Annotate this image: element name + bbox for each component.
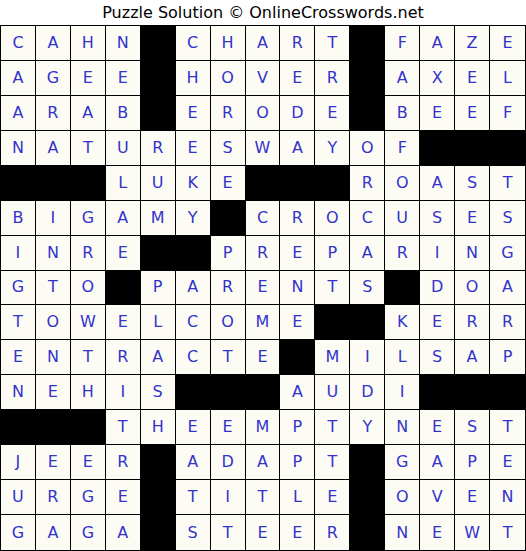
letter-cell: G	[71, 480, 106, 515]
crossword-board: CAHNCHARTFAZEAGEEHOVERAXELARABERODEBEEFN…	[0, 25, 526, 551]
black-cell	[106, 271, 141, 306]
letter-cell: P	[315, 236, 350, 271]
letter-cell: Z	[455, 26, 490, 61]
black-cell	[490, 131, 525, 166]
letter-cell: R	[211, 96, 246, 131]
black-cell	[350, 515, 385, 550]
letter-cell: U	[315, 375, 350, 410]
letter-cell: T	[490, 410, 525, 445]
letter-cell: I	[350, 340, 385, 375]
letter-cell: T	[1, 305, 36, 340]
letter-cell: A	[36, 515, 71, 550]
letter-cell: U	[1, 480, 36, 515]
letter-cell: A	[1, 96, 36, 131]
black-cell	[176, 236, 211, 271]
letter-cell: N	[385, 410, 420, 445]
letter-cell: H	[71, 375, 106, 410]
letter-cell: O	[36, 305, 71, 340]
letter-cell: V	[246, 61, 281, 96]
black-cell	[176, 375, 211, 410]
letter-cell: E	[490, 26, 525, 61]
letter-cell: L	[280, 480, 315, 515]
letter-cell: A	[106, 515, 141, 550]
letter-cell: A	[490, 271, 525, 306]
letter-cell: M	[315, 340, 350, 375]
letter-cell: T	[106, 410, 141, 445]
letter-cell: E	[455, 480, 490, 515]
black-cell	[350, 61, 385, 96]
letter-cell: G	[71, 515, 106, 550]
letter-cell: N	[1, 131, 36, 166]
letter-cell: N	[36, 340, 71, 375]
letter-cell: N	[455, 236, 490, 271]
letter-cell: P	[280, 445, 315, 480]
letter-cell: T	[315, 26, 350, 61]
letter-cell: B	[385, 96, 420, 131]
letter-cell: A	[420, 445, 455, 480]
letter-cell: T	[71, 131, 106, 166]
letter-cell: E	[106, 305, 141, 340]
letter-cell: D	[211, 445, 246, 480]
letter-cell: K	[385, 305, 420, 340]
letter-cell: E	[455, 96, 490, 131]
letter-cell: E	[106, 236, 141, 271]
letter-cell: R	[71, 236, 106, 271]
letter-cell: T	[315, 271, 350, 306]
letter-cell: Y	[350, 410, 385, 445]
letter-cell: E	[280, 515, 315, 550]
letter-cell: P	[211, 236, 246, 271]
black-cell	[490, 375, 525, 410]
letter-cell: L	[106, 166, 141, 201]
page-title-bar: Puzzle Solution © OnlineCrosswords.net	[0, 0, 526, 25]
black-cell	[246, 166, 281, 201]
letter-cell: O	[385, 480, 420, 515]
letter-cell: T	[246, 480, 281, 515]
black-cell	[141, 480, 176, 515]
letter-cell: S	[211, 131, 246, 166]
letter-cell: E	[71, 445, 106, 480]
letter-cell: S	[141, 375, 176, 410]
letter-cell: A	[71, 96, 106, 131]
letter-cell: E	[106, 480, 141, 515]
letter-cell: S	[420, 201, 455, 236]
letter-cell: A	[420, 166, 455, 201]
letter-cell: K	[176, 166, 211, 201]
letter-cell: E	[490, 445, 525, 480]
letter-cell: E	[246, 340, 281, 375]
letter-cell: R	[315, 61, 350, 96]
letter-cell: E	[280, 236, 315, 271]
letter-cell: S	[455, 410, 490, 445]
letter-cell: A	[280, 131, 315, 166]
letter-cell: O	[315, 201, 350, 236]
black-cell	[455, 375, 490, 410]
puzzle-solution-page: Puzzle Solution © OnlineCrosswords.net C…	[0, 0, 526, 551]
black-cell	[350, 305, 385, 340]
letter-cell: R	[106, 340, 141, 375]
letter-cell: R	[36, 480, 71, 515]
letter-cell: O	[246, 96, 281, 131]
black-cell	[71, 410, 106, 445]
letter-cell: G	[490, 236, 525, 271]
black-cell	[71, 166, 106, 201]
letter-cell: T	[490, 166, 525, 201]
letter-cell: G	[36, 61, 71, 96]
letter-cell: N	[385, 515, 420, 550]
letter-cell: T	[211, 515, 246, 550]
letter-cell: C	[176, 26, 211, 61]
letter-cell: R	[455, 305, 490, 340]
letter-cell: I	[36, 201, 71, 236]
letter-cell: D	[350, 375, 385, 410]
letter-cell: P	[141, 271, 176, 306]
letter-cell: E	[420, 410, 455, 445]
letter-cell: P	[490, 340, 525, 375]
letter-cell: E	[106, 61, 141, 96]
letter-cell: J	[1, 445, 36, 480]
letter-cell: B	[1, 201, 36, 236]
black-cell	[350, 445, 385, 480]
letter-cell: E	[455, 201, 490, 236]
letter-cell: A	[176, 271, 211, 306]
black-cell	[141, 445, 176, 480]
letter-cell: F	[490, 96, 525, 131]
black-cell	[141, 96, 176, 131]
letter-cell: C	[176, 305, 211, 340]
letter-cell: L	[385, 340, 420, 375]
letter-cell: E	[246, 271, 281, 306]
letter-cell: R	[350, 166, 385, 201]
letter-cell: E	[420, 515, 455, 550]
black-cell	[141, 515, 176, 550]
letter-cell: T	[211, 340, 246, 375]
letter-cell: T	[36, 271, 71, 306]
letter-cell: C	[350, 201, 385, 236]
letter-cell: G	[1, 271, 36, 306]
letter-cell: C	[246, 201, 281, 236]
letter-cell: E	[211, 166, 246, 201]
letter-cell: L	[141, 305, 176, 340]
letter-cell: A	[246, 26, 281, 61]
black-cell	[1, 410, 36, 445]
letter-cell: N	[106, 26, 141, 61]
letter-cell: O	[71, 271, 106, 306]
letter-cell: A	[455, 340, 490, 375]
letter-cell: H	[71, 26, 106, 61]
letter-cell: G	[385, 445, 420, 480]
letter-cell: U	[385, 201, 420, 236]
letter-cell: Y	[176, 201, 211, 236]
letter-cell: A	[246, 445, 281, 480]
letter-cell: E	[280, 305, 315, 340]
letter-cell: I	[420, 236, 455, 271]
letter-cell: W	[71, 305, 106, 340]
letter-cell: F	[385, 26, 420, 61]
letter-cell: C	[1, 26, 36, 61]
letter-cell: O	[211, 61, 246, 96]
letter-cell: Y	[315, 131, 350, 166]
letter-cell: O	[455, 271, 490, 306]
letter-cell: P	[280, 410, 315, 445]
letter-cell: A	[1, 61, 36, 96]
letter-cell: N	[36, 236, 71, 271]
letter-cell: O	[350, 131, 385, 166]
black-cell	[36, 410, 71, 445]
black-cell	[315, 166, 350, 201]
letter-cell: I	[1, 236, 36, 271]
page-title: Puzzle Solution © OnlineCrosswords.net	[102, 3, 424, 22]
black-cell	[455, 131, 490, 166]
letter-cell: A	[420, 26, 455, 61]
letter-cell: M	[246, 305, 281, 340]
black-cell	[280, 166, 315, 201]
letter-cell: T	[315, 445, 350, 480]
letter-cell: U	[141, 166, 176, 201]
black-cell	[350, 480, 385, 515]
letter-cell: O	[211, 305, 246, 340]
letter-cell: S	[350, 271, 385, 306]
letter-cell: R	[385, 236, 420, 271]
letter-cell: R	[106, 445, 141, 480]
letter-cell: E	[246, 515, 281, 550]
black-cell	[280, 340, 315, 375]
letter-cell: E	[315, 480, 350, 515]
letter-cell: A	[280, 375, 315, 410]
letter-cell: E	[71, 61, 106, 96]
letter-cell: I	[106, 375, 141, 410]
letter-cell: E	[420, 96, 455, 131]
letter-cell: E	[36, 375, 71, 410]
letter-cell: W	[455, 515, 490, 550]
letter-cell: H	[211, 26, 246, 61]
letter-cell: E	[211, 410, 246, 445]
black-cell	[141, 236, 176, 271]
black-cell	[211, 375, 246, 410]
letter-cell: E	[1, 340, 36, 375]
letter-cell: R	[315, 515, 350, 550]
letter-cell: E	[455, 61, 490, 96]
letter-cell: I	[211, 480, 246, 515]
letter-cell: G	[1, 515, 36, 550]
letter-cell: C	[176, 340, 211, 375]
letter-cell: A	[385, 61, 420, 96]
letter-cell: N	[490, 480, 525, 515]
letter-cell: N	[1, 375, 36, 410]
letter-cell: I	[385, 375, 420, 410]
letter-cell: E	[176, 410, 211, 445]
letter-cell: S	[420, 340, 455, 375]
letter-cell: E	[176, 131, 211, 166]
letter-cell: M	[246, 410, 281, 445]
letter-cell: S	[455, 166, 490, 201]
letter-cell: F	[385, 131, 420, 166]
letter-cell: S	[176, 515, 211, 550]
black-cell	[211, 201, 246, 236]
letter-cell: E	[420, 305, 455, 340]
letter-cell: G	[71, 201, 106, 236]
black-cell	[350, 26, 385, 61]
letter-cell: A	[106, 201, 141, 236]
letter-cell: V	[420, 480, 455, 515]
letter-cell: R	[280, 26, 315, 61]
letter-cell: M	[141, 201, 176, 236]
letter-cell: P	[455, 445, 490, 480]
black-cell	[420, 131, 455, 166]
letter-cell: L	[490, 61, 525, 96]
letter-cell: A	[141, 340, 176, 375]
letter-cell: B	[106, 96, 141, 131]
black-cell	[420, 375, 455, 410]
letter-cell: R	[280, 201, 315, 236]
letter-cell: T	[71, 340, 106, 375]
black-cell	[315, 305, 350, 340]
black-cell	[141, 61, 176, 96]
black-cell	[36, 166, 71, 201]
letter-cell: D	[280, 96, 315, 131]
letter-cell: E	[176, 96, 211, 131]
letter-cell: R	[211, 271, 246, 306]
letter-cell: W	[246, 131, 281, 166]
letter-cell: T	[315, 410, 350, 445]
letter-cell: R	[141, 131, 176, 166]
letter-cell: O	[385, 166, 420, 201]
black-cell	[385, 271, 420, 306]
black-cell	[246, 375, 281, 410]
letter-cell: R	[246, 236, 281, 271]
black-cell	[1, 166, 36, 201]
letter-cell: H	[176, 61, 211, 96]
letter-cell: N	[280, 271, 315, 306]
letter-cell: T	[176, 480, 211, 515]
letter-cell: U	[106, 131, 141, 166]
letter-cell: A	[36, 26, 71, 61]
black-cell	[141, 26, 176, 61]
letter-cell: R	[36, 96, 71, 131]
letter-cell: A	[350, 236, 385, 271]
letter-cell: T	[490, 515, 525, 550]
letter-cell: A	[36, 131, 71, 166]
letter-cell: D	[420, 271, 455, 306]
black-cell	[350, 96, 385, 131]
letter-cell: E	[280, 61, 315, 96]
letter-cell: X	[420, 61, 455, 96]
letter-cell: R	[490, 305, 525, 340]
letter-cell: E	[315, 96, 350, 131]
letter-cell: S	[490, 201, 525, 236]
letter-cell: A	[176, 445, 211, 480]
letter-cell: E	[36, 445, 71, 480]
letter-cell: H	[141, 410, 176, 445]
